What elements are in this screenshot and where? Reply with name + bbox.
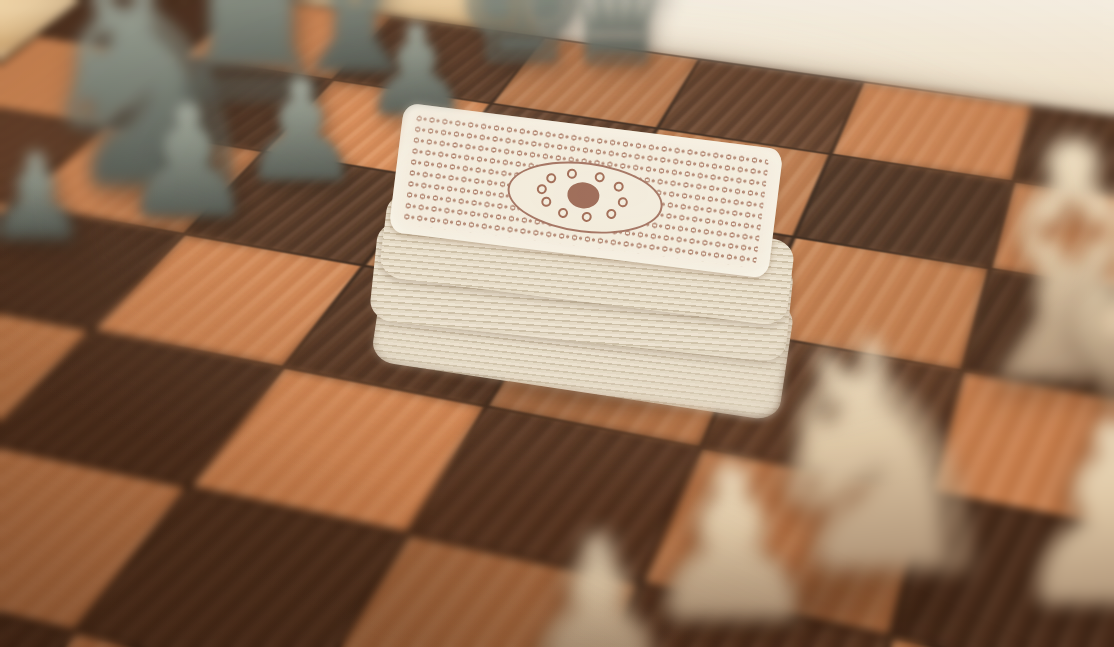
light-pawn-piece[interactable]: ♟ [515, 513, 681, 647]
light-pieces-group: ♝ ♟ ♞ ♟ ♟ ♚ [0, 0, 1114, 647]
photo-scene: ♟ ♞ ♜ ♝ ♟ ♟ ♟ ♚ ♛ [0, 0, 1114, 647]
light-king-piece[interactable]: ♚ [1056, 222, 1114, 437]
